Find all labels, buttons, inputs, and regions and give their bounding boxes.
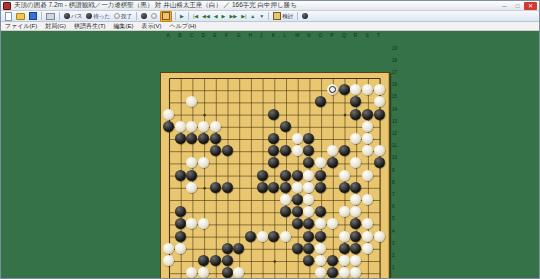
row-label-right-12: 12 (392, 131, 397, 136)
row-label-right-4: 4 (392, 229, 395, 234)
stone-tool-button-icon (302, 13, 308, 19)
stone-white-A5[interactable] (163, 243, 174, 254)
menu-bar: ファイル(F)対局(G)棋譜再生(T)編集(E)表示(V)ヘルプ(H) (1, 22, 539, 31)
row-label-right-3: 3 (392, 241, 395, 246)
stone-white-T13[interactable] (374, 145, 385, 156)
toolbar-separator (136, 12, 137, 20)
title-bar: 天頂の囲碁 7.2m - 棋譜観戦／一力遼棋聖（黒） 対 井山裕太王座（白） ／… (1, 1, 539, 11)
row-label-right-16: 16 (392, 82, 397, 87)
stone-white-J6[interactable] (257, 231, 268, 242)
first-move-button-icon: |◀ (193, 12, 198, 21)
row-label-right-10: 10 (392, 155, 397, 160)
stone-tool-button[interactable] (301, 12, 309, 21)
stone-black-B8[interactable] (175, 206, 186, 217)
stone-black-B11[interactable] (175, 170, 186, 181)
stone-white-S13[interactable] (362, 145, 373, 156)
stone-black-F10[interactable] (222, 182, 233, 193)
row-label-right-2: 2 (392, 253, 395, 258)
stone-black-R16[interactable] (350, 109, 361, 120)
black-stone-button[interactable] (140, 12, 148, 21)
close-button[interactable]: ✕ (524, 2, 537, 10)
stone-black-O11[interactable] (315, 170, 326, 181)
stone-black-M9[interactable] (292, 194, 303, 205)
stone-white-L9[interactable] (280, 194, 291, 205)
toolbar-separator (41, 12, 42, 20)
white-stone-button[interactable] (150, 12, 158, 21)
new-file-button-icon (5, 12, 12, 21)
window-controls: ─ □ ✕ (498, 2, 537, 10)
row-label-right-11: 11 (392, 143, 397, 148)
stone-white-M10[interactable] (292, 182, 303, 193)
stone-black-L11[interactable] (280, 170, 291, 181)
stone-black-B6[interactable] (175, 231, 186, 242)
undo-move-button[interactable]: 待った (85, 12, 111, 21)
last-move-button[interactable]: ▶| (240, 12, 247, 21)
col-label-top-F: F (225, 33, 228, 38)
row-label-right-15: 15 (392, 94, 397, 99)
stone-black-T16[interactable] (374, 109, 385, 120)
stone-black-M5[interactable] (292, 243, 303, 254)
stone-black-R10[interactable] (350, 182, 361, 193)
row-label-right-13: 13 (392, 119, 397, 124)
stone-white-P18[interactable] (327, 84, 338, 95)
stone-black-P3[interactable] (327, 267, 338, 278)
col-label-top-A: A (167, 33, 170, 38)
back-1-button-icon: ◀ (214, 12, 218, 21)
analyze-button[interactable]: 検討 (272, 12, 294, 21)
stone-white-M13[interactable] (292, 145, 303, 156)
toolbar-separator (188, 12, 189, 20)
resign-button-icon (114, 13, 120, 19)
stone-white-Q6[interactable] (339, 231, 350, 242)
resign-button-label: 投了 (121, 13, 132, 20)
col-label-top-C: C (190, 33, 194, 38)
stone-white-Q4[interactable] (339, 255, 350, 266)
last-move-button-icon: ▶| (241, 12, 246, 21)
white-stone-button-icon (151, 13, 157, 19)
col-label-top-G: G (237, 33, 241, 38)
resign-button[interactable]: 投了 (113, 12, 133, 21)
stone-white-O5[interactable] (315, 243, 326, 254)
stone-white-Q3[interactable] (339, 267, 350, 278)
col-label-top-Q: Q (342, 33, 346, 38)
menu-item-3[interactable]: 編集(E) (110, 22, 138, 31)
pass-button-icon (64, 13, 70, 19)
row-label-right-19: 19 (392, 46, 397, 51)
stone-black-F4[interactable] (222, 255, 233, 266)
stone-white-T18[interactable] (374, 84, 385, 95)
forward-1-button[interactable]: ▶ (221, 12, 227, 21)
forward-10-button[interactable]: ▶▶ (228, 12, 238, 21)
stone-black-A15[interactable] (163, 121, 174, 132)
analyze-button-label: 検討 (282, 13, 293, 20)
col-label-top-T: T (377, 33, 380, 38)
col-label-top-E: E (213, 33, 216, 38)
row-label-right-5: 5 (392, 216, 395, 221)
pass-button-label: パス (71, 13, 82, 20)
client-area: ABCDEFGHJKLMNOPQRST ABCDEFGHJKLMNOPQRST … (1, 31, 539, 279)
stone-white-E15[interactable] (210, 121, 221, 132)
row-label-right-1: 1 (392, 265, 395, 270)
stone-black-M8[interactable] (292, 206, 303, 217)
back-10-button-icon: ◀◀ (202, 12, 210, 21)
toolbar-separator (175, 12, 176, 20)
save-button[interactable] (28, 12, 38, 21)
play-button-icon: ▶ (180, 12, 184, 21)
stone-white-L6[interactable] (280, 231, 291, 242)
stone-black-K16[interactable] (268, 109, 279, 120)
menu-item-0[interactable]: ファイル(F) (1, 22, 41, 31)
stone-black-F13[interactable] (222, 145, 233, 156)
col-label-top-M: M (295, 33, 299, 38)
stone-black-T12[interactable] (374, 157, 385, 168)
stone-black-E13[interactable] (210, 145, 221, 156)
print-button[interactable] (45, 12, 56, 21)
toolbar-separator (59, 12, 60, 20)
stone-black-K6[interactable] (268, 231, 279, 242)
back-1-button[interactable]: ◀ (213, 12, 219, 21)
undo-move-button-label: 待った (93, 13, 110, 20)
app-icon (3, 2, 11, 10)
stone-black-P4[interactable] (327, 255, 338, 266)
app-window: 天頂の囲碁 7.2m - 棋譜観戦／一力遼棋聖（黒） 対 井山裕太王座（白） ／… (0, 0, 540, 279)
col-label-top-O: O (319, 33, 323, 38)
stone-white-S9[interactable] (362, 194, 373, 205)
down-button-icon: ▼ (259, 12, 264, 21)
stone-black-L10[interactable] (280, 182, 291, 193)
pass-button[interactable]: パス (63, 12, 83, 21)
back-10-button[interactable]: ◀◀ (201, 12, 211, 21)
menu-item-4[interactable]: 表示(V) (138, 22, 166, 31)
stone-white-M14[interactable] (292, 133, 303, 144)
col-label-top-D: D (202, 33, 206, 38)
open-file-button-icon (16, 13, 25, 20)
stone-white-S18[interactable] (362, 84, 373, 95)
row-label-right-8: 8 (392, 180, 395, 185)
stone-black-M11[interactable] (292, 170, 303, 181)
stone-black-B14[interactable] (175, 133, 186, 144)
stone-black-O6[interactable] (315, 231, 326, 242)
up-button[interactable]: ▲ (249, 12, 256, 21)
row-label-right-6: 6 (392, 204, 395, 209)
stone-black-E4[interactable] (210, 255, 221, 266)
stone-white-N11[interactable] (303, 170, 314, 181)
stone-black-Q5[interactable] (339, 243, 350, 254)
stone-white-S14[interactable] (362, 133, 373, 144)
stone-black-R6[interactable] (350, 231, 361, 242)
stone-black-G5[interactable] (233, 243, 244, 254)
stone-white-P13[interactable] (327, 145, 338, 156)
toolbar-separator (297, 12, 298, 20)
stone-black-Q13[interactable] (339, 145, 350, 156)
play-button[interactable]: ▶ (179, 12, 185, 21)
stone-black-N6[interactable] (303, 231, 314, 242)
stone-black-J11[interactable] (257, 170, 268, 181)
stone-black-C11[interactable] (186, 170, 197, 181)
open-file-button[interactable] (15, 12, 26, 21)
col-label-top-R: R (354, 33, 358, 38)
minimize-button[interactable]: ─ (498, 2, 511, 10)
window-title: 天頂の囲碁 7.2m - 棋譜観戦／一力遼棋聖（黒） 対 井山裕太王座（白） ／… (14, 1, 498, 10)
stone-white-S5[interactable] (362, 243, 373, 254)
stone-black-R5[interactable] (350, 243, 361, 254)
stone-white-B15[interactable] (175, 121, 186, 132)
col-label-top-H: H (248, 33, 252, 38)
row-label-right-7: 7 (392, 192, 395, 197)
forward-10-button-icon: ▶▶ (229, 12, 237, 21)
stone-white-S11[interactable] (362, 170, 373, 181)
save-button-icon (29, 12, 37, 20)
stone-white-T6[interactable] (374, 231, 385, 242)
col-label-top-K: K (272, 33, 275, 38)
stone-black-E14[interactable] (210, 133, 221, 144)
menu-item-2[interactable]: 棋譜再生(T) (70, 22, 110, 31)
menu-item-1[interactable]: 対局(G) (41, 22, 70, 31)
print-button-icon (46, 13, 55, 20)
col-label-top-B: B (178, 33, 181, 38)
stone-white-T17[interactable] (374, 96, 385, 107)
row-label-right-17: 17 (392, 70, 397, 75)
up-button-icon: ▲ (250, 12, 255, 21)
black-stone-button-icon (141, 13, 147, 19)
stone-white-A16[interactable] (163, 109, 174, 120)
analyze-button-icon (273, 12, 281, 20)
row-label-right-14: 14 (392, 107, 397, 112)
stone-black-F3[interactable] (222, 267, 233, 278)
first-move-button[interactable]: |◀ (192, 12, 199, 21)
stone-black-J10[interactable] (257, 182, 268, 193)
go-board[interactable] (160, 72, 390, 279)
stone-black-E10[interactable] (210, 182, 221, 193)
toolbar: パス待った投了▶|◀◀◀◀▶▶▶▶|▲▼検討 (1, 11, 539, 22)
col-label-top-J: J (260, 33, 263, 38)
new-file-button[interactable] (4, 12, 13, 21)
stone-black-F5[interactable] (222, 243, 233, 254)
stone-black-S16[interactable] (362, 109, 373, 120)
menu-item-5[interactable]: ヘルプ(H) (166, 22, 201, 31)
stone-white-Q8[interactable] (339, 206, 350, 217)
col-label-top-P: P (330, 33, 333, 38)
stone-white-Q11[interactable] (339, 170, 350, 181)
stone-white-S6[interactable] (362, 231, 373, 242)
row-label-right-18: 18 (392, 58, 397, 63)
toolbar-separator (268, 12, 269, 20)
game-info-button[interactable] (160, 11, 172, 22)
stone-black-Q18[interactable] (339, 84, 350, 95)
game-info-button-icon (162, 12, 170, 20)
stone-white-D15[interactable] (198, 121, 209, 132)
stone-white-B5[interactable] (175, 243, 186, 254)
stone-black-H6[interactable] (245, 231, 256, 242)
col-label-top-N: N (307, 33, 311, 38)
stone-black-Q10[interactable] (339, 182, 350, 193)
col-label-top-L: L (284, 33, 287, 38)
down-button[interactable]: ▼ (258, 12, 265, 21)
stone-black-O10[interactable] (315, 182, 326, 193)
stone-white-S15[interactable] (362, 121, 373, 132)
maximize-button[interactable]: □ (511, 2, 524, 10)
col-label-top-S: S (365, 33, 368, 38)
stone-black-L15[interactable] (280, 121, 291, 132)
row-label-right-9: 9 (392, 168, 395, 173)
last-move-marker (329, 86, 336, 93)
undo-move-button-icon (86, 13, 92, 19)
stone-white-A4[interactable] (163, 255, 174, 266)
forward-1-button-icon: ▶ (222, 12, 226, 21)
